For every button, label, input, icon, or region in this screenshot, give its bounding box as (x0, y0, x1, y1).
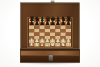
square-h1[interactable]: ♜ (66, 43, 71, 47)
product-photo-scene: ♜♞♝♛♚♝♞♜♟♟♟♟♟♟♟♟♟♟♟♟♟♟♟♟♜♞♝♛♚♝♞♜ (0, 0, 100, 67)
box-top-surface: ♜♞♝♛♚♝♞♜♟♟♟♟♟♟♟♟♟♟♟♟♟♟♟♟♜♞♝♛♚♝♞♜ (20, 3, 80, 50)
chess-board: ♜♞♝♛♚♝♞♜♟♟♟♟♟♟♟♟♟♟♟♟♟♟♟♟♜♞♝♛♚♝♞♜ (29, 19, 71, 47)
chess-box: ♜♞♝♛♚♝♞♜♟♟♟♟♟♟♟♟♟♟♟♟♟♟♟♟♜♞♝♛♚♝♞♜ (20, 3, 80, 63)
box-shadow (17, 61, 84, 65)
